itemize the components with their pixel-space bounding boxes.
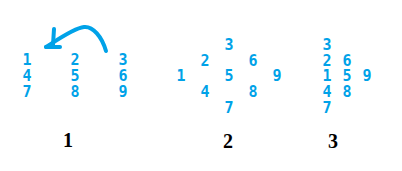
digit-cell: 7 [317, 100, 337, 116]
digit-cell: 2 [51, 52, 99, 68]
digit-cell: 7 [3, 84, 51, 100]
digit-cell: 8 [337, 85, 357, 101]
rotate-counterclockwise-arrow-icon [40, 16, 110, 56]
empty-cell [357, 100, 377, 116]
digit-cell: 5 [217, 69, 241, 85]
digit-cell: 4 [3, 68, 51, 84]
empty-cell [169, 85, 193, 101]
number-grid-stage-3: 326159487 [317, 38, 377, 116]
digit-cell: 7 [217, 100, 241, 116]
stage-label-3: 3 [328, 131, 338, 151]
digit-cell: 9 [265, 69, 289, 85]
empty-cell [265, 38, 289, 54]
number-grid-stage-1: 123456789 [3, 52, 147, 100]
digit-cell: 1 [3, 52, 51, 68]
digit-cell: 6 [241, 54, 265, 70]
empty-cell [337, 100, 357, 116]
digit-cell: 2 [193, 54, 217, 70]
number-grid-stage-2: 326159487 [169, 38, 289, 116]
digit-cell: 1 [169, 69, 193, 85]
digit-cell: 8 [241, 85, 265, 101]
empty-cell [193, 100, 217, 116]
stage-label-1: 1 [63, 130, 73, 150]
digit-cell: 8 [51, 84, 99, 100]
digit-cell: 4 [193, 85, 217, 101]
empty-cell [357, 85, 377, 101]
empty-cell [357, 38, 377, 54]
paint-canvas: 123456789 326159487 326159487 1 2 3 [0, 0, 402, 171]
digit-cell: 3 [99, 52, 147, 68]
digit-cell: 9 [99, 84, 147, 100]
empty-cell [241, 100, 265, 116]
digit-cell: 3 [217, 38, 241, 54]
digit-cell: 6 [99, 68, 147, 84]
empty-cell [265, 100, 289, 116]
digit-cell: 5 [51, 68, 99, 84]
digit-cell: 9 [357, 69, 377, 85]
empty-cell [169, 100, 193, 116]
empty-cell [265, 85, 289, 101]
empty-cell [169, 38, 193, 54]
stage-label-2: 2 [223, 131, 233, 151]
